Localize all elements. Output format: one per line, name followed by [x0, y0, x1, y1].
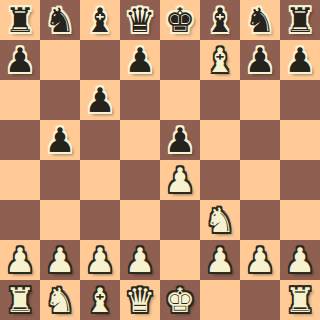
- white-pawn[interactable]: ♟: [125, 243, 155, 277]
- square-b5[interactable]: ♟: [40, 120, 80, 160]
- black-bishop[interactable]: ♝: [85, 3, 115, 37]
- square-e1[interactable]: ♚: [160, 280, 200, 320]
- square-a6[interactable]: [0, 80, 40, 120]
- square-g4[interactable]: [240, 160, 280, 200]
- square-a5[interactable]: [0, 120, 40, 160]
- square-c2[interactable]: ♟: [80, 240, 120, 280]
- square-h2[interactable]: ♟: [280, 240, 320, 280]
- square-f5[interactable]: [200, 120, 240, 160]
- square-b7[interactable]: [40, 40, 80, 80]
- square-h7[interactable]: ♟: [280, 40, 320, 80]
- square-d6[interactable]: [120, 80, 160, 120]
- black-pawn[interactable]: ♟: [45, 123, 75, 157]
- square-h3[interactable]: [280, 200, 320, 240]
- white-pawn[interactable]: ♟: [245, 243, 275, 277]
- black-pawn[interactable]: ♟: [125, 43, 155, 77]
- chess-board: ♜♞♝♛♚♝♞♜♟♟♝♟♟♟♟♟♟♞♟♟♟♟♟♟♟♜♞♝♛♚♜: [0, 0, 320, 320]
- black-rook[interactable]: ♜: [5, 3, 35, 37]
- square-b3[interactable]: [40, 200, 80, 240]
- square-g7[interactable]: ♟: [240, 40, 280, 80]
- black-bishop[interactable]: ♝: [205, 3, 235, 37]
- square-g8[interactable]: ♞: [240, 0, 280, 40]
- square-a4[interactable]: [0, 160, 40, 200]
- square-c6[interactable]: ♟: [80, 80, 120, 120]
- white-knight[interactable]: ♞: [45, 283, 75, 317]
- square-c1[interactable]: ♝: [80, 280, 120, 320]
- square-c8[interactable]: ♝: [80, 0, 120, 40]
- white-pawn[interactable]: ♟: [205, 243, 235, 277]
- white-pawn[interactable]: ♟: [5, 243, 35, 277]
- square-g3[interactable]: [240, 200, 280, 240]
- square-d7[interactable]: ♟: [120, 40, 160, 80]
- black-pawn[interactable]: ♟: [245, 43, 275, 77]
- square-c4[interactable]: [80, 160, 120, 200]
- square-d3[interactable]: [120, 200, 160, 240]
- square-e6[interactable]: [160, 80, 200, 120]
- white-rook[interactable]: ♜: [285, 283, 315, 317]
- square-d8[interactable]: ♛: [120, 0, 160, 40]
- white-knight[interactable]: ♞: [205, 203, 235, 237]
- white-queen[interactable]: ♛: [125, 283, 155, 317]
- black-pawn[interactable]: ♟: [285, 43, 315, 77]
- black-knight[interactable]: ♞: [45, 3, 75, 37]
- square-c7[interactable]: [80, 40, 120, 80]
- square-g2[interactable]: ♟: [240, 240, 280, 280]
- square-h5[interactable]: [280, 120, 320, 160]
- square-h1[interactable]: ♜: [280, 280, 320, 320]
- white-bishop[interactable]: ♝: [205, 43, 235, 77]
- square-g1[interactable]: [240, 280, 280, 320]
- black-pawn[interactable]: ♟: [85, 83, 115, 117]
- square-f2[interactable]: ♟: [200, 240, 240, 280]
- square-f6[interactable]: [200, 80, 240, 120]
- square-e3[interactable]: [160, 200, 200, 240]
- black-rook[interactable]: ♜: [285, 3, 315, 37]
- square-a3[interactable]: [0, 200, 40, 240]
- square-h4[interactable]: [280, 160, 320, 200]
- square-e4[interactable]: ♟: [160, 160, 200, 200]
- square-h8[interactable]: ♜: [280, 0, 320, 40]
- square-e2[interactable]: [160, 240, 200, 280]
- square-g5[interactable]: [240, 120, 280, 160]
- square-b2[interactable]: ♟: [40, 240, 80, 280]
- square-f3[interactable]: ♞: [200, 200, 240, 240]
- square-a1[interactable]: ♜: [0, 280, 40, 320]
- square-b4[interactable]: [40, 160, 80, 200]
- square-d5[interactable]: [120, 120, 160, 160]
- square-b8[interactable]: ♞: [40, 0, 80, 40]
- white-pawn[interactable]: ♟: [85, 243, 115, 277]
- white-pawn[interactable]: ♟: [285, 243, 315, 277]
- square-d4[interactable]: [120, 160, 160, 200]
- square-e8[interactable]: ♚: [160, 0, 200, 40]
- white-pawn[interactable]: ♟: [45, 243, 75, 277]
- square-d1[interactable]: ♛: [120, 280, 160, 320]
- square-e7[interactable]: [160, 40, 200, 80]
- square-b1[interactable]: ♞: [40, 280, 80, 320]
- square-c3[interactable]: [80, 200, 120, 240]
- square-f7[interactable]: ♝: [200, 40, 240, 80]
- black-king[interactable]: ♚: [165, 3, 195, 37]
- white-rook[interactable]: ♜: [5, 283, 35, 317]
- white-king[interactable]: ♚: [165, 283, 195, 317]
- square-a7[interactable]: ♟: [0, 40, 40, 80]
- square-b6[interactable]: [40, 80, 80, 120]
- black-knight[interactable]: ♞: [245, 3, 275, 37]
- square-e5[interactable]: ♟: [160, 120, 200, 160]
- white-pawn[interactable]: ♟: [165, 163, 195, 197]
- square-a8[interactable]: ♜: [0, 0, 40, 40]
- square-h6[interactable]: [280, 80, 320, 120]
- black-queen[interactable]: ♛: [125, 3, 155, 37]
- square-f4[interactable]: [200, 160, 240, 200]
- square-f8[interactable]: ♝: [200, 0, 240, 40]
- black-pawn[interactable]: ♟: [5, 43, 35, 77]
- square-g6[interactable]: [240, 80, 280, 120]
- square-f1[interactable]: [200, 280, 240, 320]
- square-c5[interactable]: [80, 120, 120, 160]
- white-bishop[interactable]: ♝: [85, 283, 115, 317]
- square-a2[interactable]: ♟: [0, 240, 40, 280]
- black-pawn[interactable]: ♟: [165, 123, 195, 157]
- square-d2[interactable]: ♟: [120, 240, 160, 280]
